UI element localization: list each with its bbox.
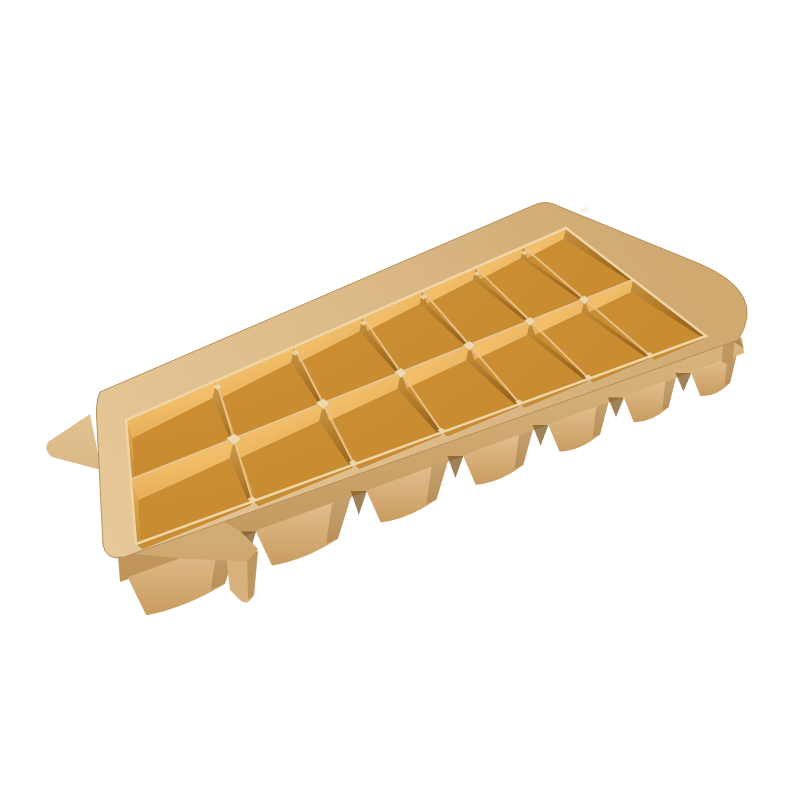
product-photo xyxy=(0,0,800,800)
tray-svg xyxy=(0,0,800,800)
ice-cube-tray xyxy=(0,0,800,800)
